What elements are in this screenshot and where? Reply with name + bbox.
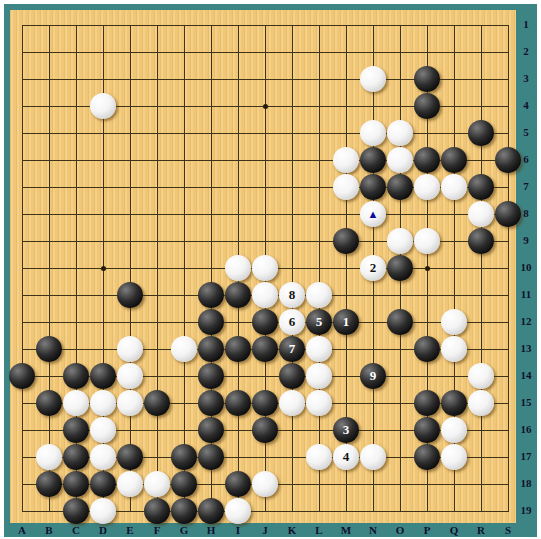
black-stone-K14 (279, 363, 305, 389)
white-stone-J18 (252, 471, 278, 497)
black-stone-C19 (63, 498, 89, 524)
column-label-F: F (148, 524, 166, 536)
column-label-J: J (256, 524, 274, 536)
column-label-L: L (310, 524, 328, 536)
move-number-label-K11: 8 (289, 282, 296, 308)
black-stone-P13 (414, 336, 440, 362)
black-stone-C18 (63, 471, 89, 497)
black-stone-C17 (63, 444, 89, 470)
white-stone-Q13 (441, 336, 467, 362)
black-stone-J13 (252, 336, 278, 362)
black-stone-H12 (198, 309, 224, 335)
black-stone-P16 (414, 417, 440, 443)
column-label-B: B (40, 524, 58, 536)
white-stone-L14 (306, 363, 332, 389)
white-stone-I10 (225, 255, 251, 281)
black-stone-M16: 3 (333, 417, 359, 443)
white-stone-G13 (171, 336, 197, 362)
row-label-8: 8 (516, 207, 536, 219)
white-stone-J11 (252, 282, 278, 308)
move-number-label-M16: 3 (343, 417, 350, 443)
white-stone-B17 (36, 444, 62, 470)
white-stone-K12: 6 (279, 309, 305, 335)
white-stone-P7 (414, 174, 440, 200)
white-stone-E15 (117, 390, 143, 416)
star-point-P10 (425, 266, 430, 271)
black-stone-O10 (387, 255, 413, 281)
black-stone-G17 (171, 444, 197, 470)
white-stone-L13 (306, 336, 332, 362)
column-label-E: E (121, 524, 139, 536)
black-stone-P17 (414, 444, 440, 470)
black-stone-R5 (468, 120, 494, 146)
black-stone-C14 (63, 363, 89, 389)
column-label-I: I (229, 524, 247, 536)
white-stone-P9 (414, 228, 440, 254)
black-stone-E17 (117, 444, 143, 470)
black-stone-N14: 9 (360, 363, 386, 389)
white-stone-O9 (387, 228, 413, 254)
black-stone-N6 (360, 147, 386, 173)
row-label-9: 9 (516, 234, 536, 246)
white-stone-O6 (387, 147, 413, 173)
move-number-label-N10: 2 (370, 255, 377, 281)
column-label-A: A (13, 524, 31, 536)
row-label-3: 3 (516, 72, 536, 84)
white-stone-E18 (117, 471, 143, 497)
white-stone-Q16 (441, 417, 467, 443)
black-stone-I11 (225, 282, 251, 308)
white-stone-N17 (360, 444, 386, 470)
black-stone-B15 (36, 390, 62, 416)
white-stone-R8 (468, 201, 494, 227)
black-stone-P6 (414, 147, 440, 173)
row-label-19: 19 (516, 504, 536, 516)
row-label-7: 7 (516, 180, 536, 192)
black-stone-I13 (225, 336, 251, 362)
white-stone-D16 (90, 417, 116, 443)
white-stone-K15 (279, 390, 305, 416)
white-stone-D17 (90, 444, 116, 470)
row-label-12: 12 (516, 315, 536, 327)
black-stone-G19 (171, 498, 197, 524)
row-label-2: 2 (516, 45, 536, 57)
white-stone-L17 (306, 444, 332, 470)
black-stone-G18 (171, 471, 197, 497)
black-stone-Q15 (441, 390, 467, 416)
grid-lines: ▲286517934 (22, 25, 509, 512)
white-stone-Q7 (441, 174, 467, 200)
black-stone-M12: 1 (333, 309, 359, 335)
white-stone-J10 (252, 255, 278, 281)
move-number-label-M17: 4 (343, 444, 350, 470)
black-stone-F15 (144, 390, 170, 416)
move-number-label-M12: 1 (343, 309, 350, 335)
column-label-N: N (364, 524, 382, 536)
white-stone-N3 (360, 66, 386, 92)
row-label-11: 11 (516, 288, 536, 300)
row-label-4: 4 (516, 99, 536, 111)
white-stone-D19 (90, 498, 116, 524)
star-point-D10 (101, 266, 106, 271)
black-stone-O12 (387, 309, 413, 335)
row-label-10: 10 (516, 261, 536, 273)
column-label-C: C (67, 524, 85, 536)
black-stone-J15 (252, 390, 278, 416)
black-stone-H14 (198, 363, 224, 389)
column-label-K: K (283, 524, 301, 536)
star-point-J4 (263, 104, 268, 109)
black-stone-H17 (198, 444, 224, 470)
black-stone-I18 (225, 471, 251, 497)
black-stone-J12 (252, 309, 278, 335)
black-stone-E11 (117, 282, 143, 308)
black-stone-P15 (414, 390, 440, 416)
row-label-14: 14 (516, 369, 536, 381)
black-stone-B13 (36, 336, 62, 362)
black-stone-H19 (198, 498, 224, 524)
black-stone-F19 (144, 498, 170, 524)
column-label-G: G (175, 524, 193, 536)
white-stone-D15 (90, 390, 116, 416)
black-stone-N7 (360, 174, 386, 200)
black-stone-R7 (468, 174, 494, 200)
white-stone-M7 (333, 174, 359, 200)
white-stone-F18 (144, 471, 170, 497)
white-stone-R15 (468, 390, 494, 416)
white-stone-Q17 (441, 444, 467, 470)
black-stone-P3 (414, 66, 440, 92)
white-stone-I19 (225, 498, 251, 524)
go-board[interactable]: ▲286517934 (10, 10, 516, 523)
black-stone-D18 (90, 471, 116, 497)
move-number-label-N14: 9 (370, 363, 377, 389)
white-stone-E14 (117, 363, 143, 389)
row-label-6: 6 (516, 153, 536, 165)
black-stone-M9 (333, 228, 359, 254)
black-stone-P4 (414, 93, 440, 119)
column-label-O: O (391, 524, 409, 536)
column-label-S: S (499, 524, 517, 536)
column-label-R: R (472, 524, 490, 536)
white-stone-M6 (333, 147, 359, 173)
white-stone-L15 (306, 390, 332, 416)
white-stone-E13 (117, 336, 143, 362)
row-label-16: 16 (516, 423, 536, 435)
black-stone-O7 (387, 174, 413, 200)
black-stone-I15 (225, 390, 251, 416)
black-stone-H13 (198, 336, 224, 362)
white-stone-Q12 (441, 309, 467, 335)
row-label-17: 17 (516, 450, 536, 462)
black-stone-B18 (36, 471, 62, 497)
white-stone-N10: 2 (360, 255, 386, 281)
black-stone-C16 (63, 417, 89, 443)
triangle-marker-icon: ▲ (368, 201, 379, 227)
white-stone-C15 (63, 390, 89, 416)
black-stone-H15 (198, 390, 224, 416)
black-stone-R9 (468, 228, 494, 254)
row-label-1: 1 (516, 18, 536, 30)
row-label-13: 13 (516, 342, 536, 354)
go-board-screenshot: ▲286517934 ABCDEFGHIJKLMNOPQRS 123456789… (0, 0, 541, 539)
row-label-5: 5 (516, 126, 536, 138)
white-stone-R14 (468, 363, 494, 389)
white-stone-K11: 8 (279, 282, 305, 308)
column-label-M: M (337, 524, 355, 536)
black-stone-J16 (252, 417, 278, 443)
black-stone-K13: 7 (279, 336, 305, 362)
move-number-label-L12: 5 (316, 309, 323, 335)
white-stone-M17: 4 (333, 444, 359, 470)
black-stone-Q6 (441, 147, 467, 173)
black-stone-A14 (9, 363, 35, 389)
black-stone-H16 (198, 417, 224, 443)
move-number-label-K12: 6 (289, 309, 296, 335)
row-label-15: 15 (516, 396, 536, 408)
column-label-D: D (94, 524, 112, 536)
column-label-P: P (418, 524, 436, 536)
black-stone-H11 (198, 282, 224, 308)
white-stone-D4 (90, 93, 116, 119)
black-stone-L12: 5 (306, 309, 332, 335)
white-stone-N5 (360, 120, 386, 146)
column-label-H: H (202, 524, 220, 536)
black-stone-D14 (90, 363, 116, 389)
row-label-18: 18 (516, 477, 536, 489)
white-stone-N8: ▲ (360, 201, 386, 227)
white-stone-L11 (306, 282, 332, 308)
move-number-label-K13: 7 (289, 336, 296, 362)
column-label-Q: Q (445, 524, 463, 536)
white-stone-O5 (387, 120, 413, 146)
